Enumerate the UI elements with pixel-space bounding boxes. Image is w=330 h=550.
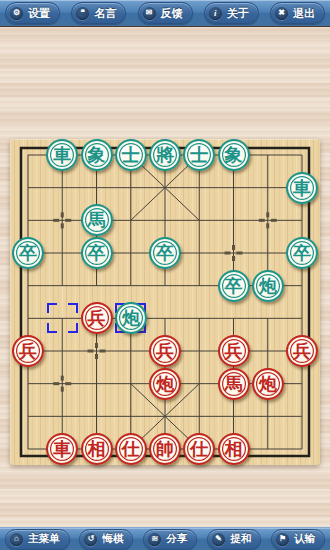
piece-red-soldier[interactable]: 兵 — [149, 335, 181, 367]
share-button[interactable]: ≋ 分享 — [143, 529, 197, 550]
feedback-label: 反馈 — [161, 6, 183, 21]
piece-black-advisor[interactable]: 士 — [115, 139, 147, 171]
board-grid — [10, 139, 320, 465]
piece-red-elephant[interactable]: 相 — [81, 433, 113, 465]
piece-red-soldier[interactable]: 兵 — [12, 335, 44, 367]
feedback-button[interactable]: ✉ 反馈 — [138, 2, 193, 24]
info-icon: i — [209, 7, 222, 20]
home-icon: ⌂ — [10, 533, 23, 546]
piece-black-soldier[interactable]: 卒 — [149, 237, 181, 269]
bottom-toolbar: ⌂ 主菜单 ↺ 悔棋 ≋ 分享 ✎ 提和 ⚑ 认输 — [0, 527, 330, 550]
piece-black-elephant[interactable]: 象 — [81, 139, 113, 171]
offer-draw-label: 提和 — [230, 532, 251, 546]
undo-icon: ↺ — [84, 533, 97, 546]
xiangqi-board[interactable]: 車象士將士象車馬卒卒卒卒卒炮炮兵兵兵兵兵炮馬炮車相仕帥仕相 — [10, 139, 320, 465]
main-menu-label: 主菜单 — [28, 532, 60, 546]
piece-black-chariot[interactable]: 車 — [286, 172, 318, 204]
piece-red-chariot[interactable]: 車 — [46, 433, 78, 465]
about-button[interactable]: i 关于 — [204, 2, 259, 24]
quotes-button[interactable]: ❝ 名言 — [71, 2, 126, 24]
top-toolbar: ⚙ 设置 ❝ 名言 ✉ 反馈 i 关于 ✖ 退出 — [0, 0, 330, 27]
piece-red-cannon[interactable]: 炮 — [149, 368, 181, 400]
offer-draw-button[interactable]: ✎ 提和 — [207, 529, 261, 550]
gear-icon: ⚙ — [10, 7, 23, 20]
play-area: 車象士將士象車馬卒卒卒卒卒炮炮兵兵兵兵兵炮馬炮車相仕帥仕相 — [0, 27, 330, 527]
quotes-label: 名言 — [94, 6, 116, 21]
piece-red-advisor[interactable]: 仕 — [183, 433, 215, 465]
piece-red-soldier[interactable]: 兵 — [81, 302, 113, 334]
piece-black-advisor[interactable]: 士 — [183, 139, 215, 171]
piece-red-general[interactable]: 帥 — [149, 433, 181, 465]
resign-button[interactable]: ⚑ 认输 — [271, 529, 325, 550]
piece-red-advisor[interactable]: 仕 — [115, 433, 147, 465]
piece-black-soldier[interactable]: 卒 — [12, 237, 44, 269]
piece-black-horse[interactable]: 馬 — [81, 204, 113, 236]
piece-black-cannon[interactable]: 炮 — [115, 302, 147, 334]
undo-move-label: 悔棋 — [102, 532, 123, 546]
exit-button[interactable]: ✖ 退出 — [270, 2, 325, 24]
piece-black-soldier[interactable]: 卒 — [218, 270, 250, 302]
share-label: 分享 — [166, 532, 187, 546]
about-label: 关于 — [227, 6, 249, 21]
piece-red-soldier[interactable]: 兵 — [286, 335, 318, 367]
piece-black-general[interactable]: 將 — [149, 139, 181, 171]
envelope-icon: ✉ — [143, 7, 156, 20]
speech-bubble-icon: ❝ — [76, 7, 89, 20]
piece-black-elephant[interactable]: 象 — [218, 139, 250, 171]
piece-red-cannon[interactable]: 炮 — [252, 368, 284, 400]
main-menu-button[interactable]: ⌂ 主菜单 — [5, 529, 70, 550]
piece-black-cannon[interactable]: 炮 — [252, 270, 284, 302]
pencil-icon: ✎ — [212, 533, 225, 546]
resign-label: 认输 — [294, 532, 315, 546]
app-screen: ⚙ 设置 ❝ 名言 ✉ 反馈 i 关于 ✖ 退出 車象士將士象車馬卒卒卒卒卒炮炮… — [0, 0, 330, 550]
piece-black-chariot[interactable]: 車 — [46, 139, 78, 171]
piece-black-soldier[interactable]: 卒 — [81, 237, 113, 269]
piece-red-horse[interactable]: 馬 — [218, 368, 250, 400]
close-icon: ✖ — [275, 7, 288, 20]
settings-label: 设置 — [28, 6, 50, 21]
undo-move-button[interactable]: ↺ 悔棋 — [79, 529, 133, 550]
piece-black-soldier[interactable]: 卒 — [286, 237, 318, 269]
settings-button[interactable]: ⚙ 设置 — [5, 2, 60, 24]
flag-icon: ⚑ — [276, 533, 289, 546]
share-icon: ≋ — [148, 533, 161, 546]
piece-red-elephant[interactable]: 相 — [218, 433, 250, 465]
exit-label: 退出 — [293, 6, 315, 21]
piece-red-soldier[interactable]: 兵 — [218, 335, 250, 367]
